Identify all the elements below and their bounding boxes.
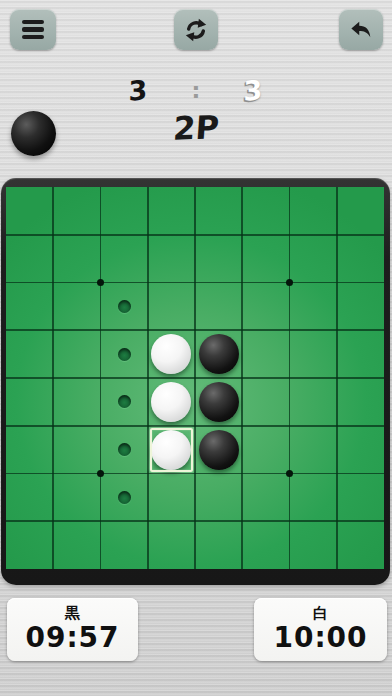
board-cell[interactable] bbox=[290, 187, 337, 235]
hamburger-icon bbox=[22, 20, 44, 40]
board-cell[interactable] bbox=[242, 521, 289, 569]
board-cell[interactable] bbox=[101, 426, 148, 474]
board-cell[interactable] bbox=[53, 235, 100, 283]
board-cell[interactable] bbox=[337, 330, 384, 378]
board-cell[interactable] bbox=[6, 426, 53, 474]
board-cell[interactable] bbox=[242, 426, 289, 474]
board-cell[interactable] bbox=[242, 235, 289, 283]
board-cell[interactable] bbox=[6, 378, 53, 426]
board-cell[interactable] bbox=[101, 330, 148, 378]
board-cell[interactable] bbox=[148, 187, 195, 235]
board-cell[interactable] bbox=[337, 426, 384, 474]
othello-board bbox=[6, 187, 384, 569]
board-cell[interactable] bbox=[337, 235, 384, 283]
refresh-icon bbox=[183, 17, 209, 43]
board-cell[interactable] bbox=[53, 378, 100, 426]
black-disc bbox=[199, 430, 239, 470]
star-point bbox=[286, 470, 293, 477]
board-cell[interactable] bbox=[53, 187, 100, 235]
board-cell[interactable] bbox=[242, 283, 289, 331]
legal-move-hint bbox=[118, 300, 131, 313]
board-cell[interactable] bbox=[101, 283, 148, 331]
board-cell[interactable] bbox=[6, 521, 53, 569]
board-cell[interactable] bbox=[6, 330, 53, 378]
board-cell[interactable] bbox=[290, 474, 337, 522]
board-cell[interactable] bbox=[6, 283, 53, 331]
white-clock-panel[interactable]: 白 10:00 bbox=[254, 598, 387, 661]
board-cell[interactable] bbox=[101, 474, 148, 522]
board-cell[interactable] bbox=[337, 187, 384, 235]
board-cell[interactable] bbox=[101, 187, 148, 235]
board-cell[interactable] bbox=[195, 521, 242, 569]
star-point bbox=[97, 470, 104, 477]
legal-move-hint bbox=[118, 491, 131, 504]
white-clock-time: 10:00 bbox=[273, 623, 367, 654]
board-cell[interactable] bbox=[195, 235, 242, 283]
board-cell[interactable] bbox=[290, 521, 337, 569]
black-clock-panel[interactable]: 黒 09:57 bbox=[7, 598, 138, 661]
board-cell[interactable] bbox=[148, 283, 195, 331]
white-disc bbox=[151, 430, 191, 470]
board-cell[interactable] bbox=[242, 378, 289, 426]
score-separator: : bbox=[181, 80, 211, 102]
board-cell[interactable] bbox=[6, 474, 53, 522]
board-cell[interactable] bbox=[148, 474, 195, 522]
black-score: 3 bbox=[123, 76, 153, 105]
mode-label: 2P bbox=[0, 104, 392, 153]
board-cell[interactable] bbox=[148, 330, 195, 378]
undo-button[interactable] bbox=[339, 9, 383, 50]
board-grid bbox=[6, 187, 384, 569]
white-disc bbox=[151, 334, 191, 374]
star-point bbox=[286, 279, 293, 286]
board-cell[interactable] bbox=[148, 426, 195, 474]
legal-move-hint bbox=[118, 348, 131, 361]
board-cell[interactable] bbox=[337, 378, 384, 426]
board-cell[interactable] bbox=[101, 521, 148, 569]
black-disc bbox=[199, 334, 239, 374]
undo-arrow-icon bbox=[348, 16, 375, 43]
board-cell[interactable] bbox=[242, 474, 289, 522]
menu-button[interactable] bbox=[10, 9, 56, 50]
board-cell[interactable] bbox=[242, 187, 289, 235]
legal-move-hint bbox=[118, 443, 131, 456]
board-cell[interactable] bbox=[195, 426, 242, 474]
white-disc bbox=[151, 382, 191, 422]
board-cell[interactable] bbox=[195, 187, 242, 235]
turn-indicator-black-disc bbox=[11, 111, 56, 156]
board-cell[interactable] bbox=[195, 330, 242, 378]
board-cell[interactable] bbox=[53, 283, 100, 331]
board-cell[interactable] bbox=[290, 426, 337, 474]
legal-move-hint bbox=[118, 395, 131, 408]
board-cell[interactable] bbox=[337, 283, 384, 331]
board-cell[interactable] bbox=[195, 283, 242, 331]
board-cell[interactable] bbox=[337, 521, 384, 569]
white-score: 3 bbox=[238, 76, 268, 105]
board-cell[interactable] bbox=[53, 426, 100, 474]
board-cell[interactable] bbox=[290, 330, 337, 378]
board-cell[interactable] bbox=[148, 235, 195, 283]
board-cell[interactable] bbox=[148, 378, 195, 426]
board-cell[interactable] bbox=[53, 474, 100, 522]
board-cell[interactable] bbox=[195, 474, 242, 522]
othello-app-screen: 3 : 3 2P 黒 09:57 白 10:00 bbox=[0, 0, 392, 696]
board-cell[interactable] bbox=[53, 330, 100, 378]
board-cell[interactable] bbox=[242, 330, 289, 378]
board-cell[interactable] bbox=[290, 235, 337, 283]
board-cell[interactable] bbox=[53, 521, 100, 569]
restart-button[interactable] bbox=[174, 9, 218, 50]
board-cell[interactable] bbox=[195, 378, 242, 426]
board-cell[interactable] bbox=[290, 378, 337, 426]
board-cell[interactable] bbox=[101, 235, 148, 283]
star-point bbox=[97, 279, 104, 286]
board-cell[interactable] bbox=[290, 283, 337, 331]
board-cell[interactable] bbox=[6, 235, 53, 283]
board-cell[interactable] bbox=[337, 474, 384, 522]
board-frame bbox=[1, 178, 390, 585]
black-clock-time: 09:57 bbox=[25, 623, 119, 654]
board-cell[interactable] bbox=[101, 378, 148, 426]
board-cell[interactable] bbox=[6, 187, 53, 235]
board-cell[interactable] bbox=[148, 521, 195, 569]
black-disc bbox=[199, 382, 239, 422]
